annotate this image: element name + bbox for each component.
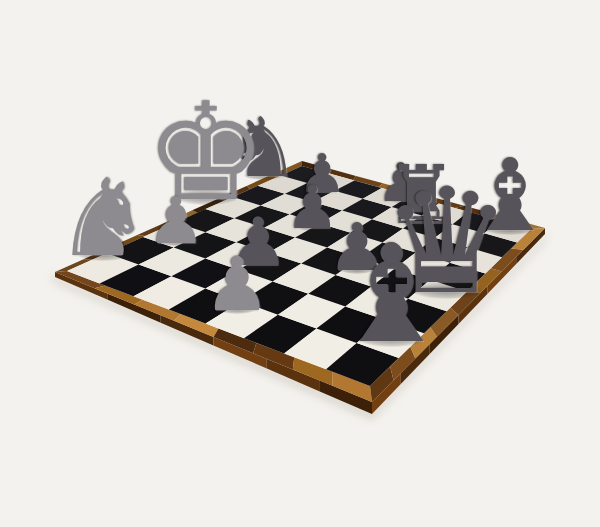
chess-set-product-photo: ♞♟♚♞♟♟♟♟♟♟♜♛♝♝ — [0, 0, 600, 527]
chess-board — [0, 0, 600, 527]
